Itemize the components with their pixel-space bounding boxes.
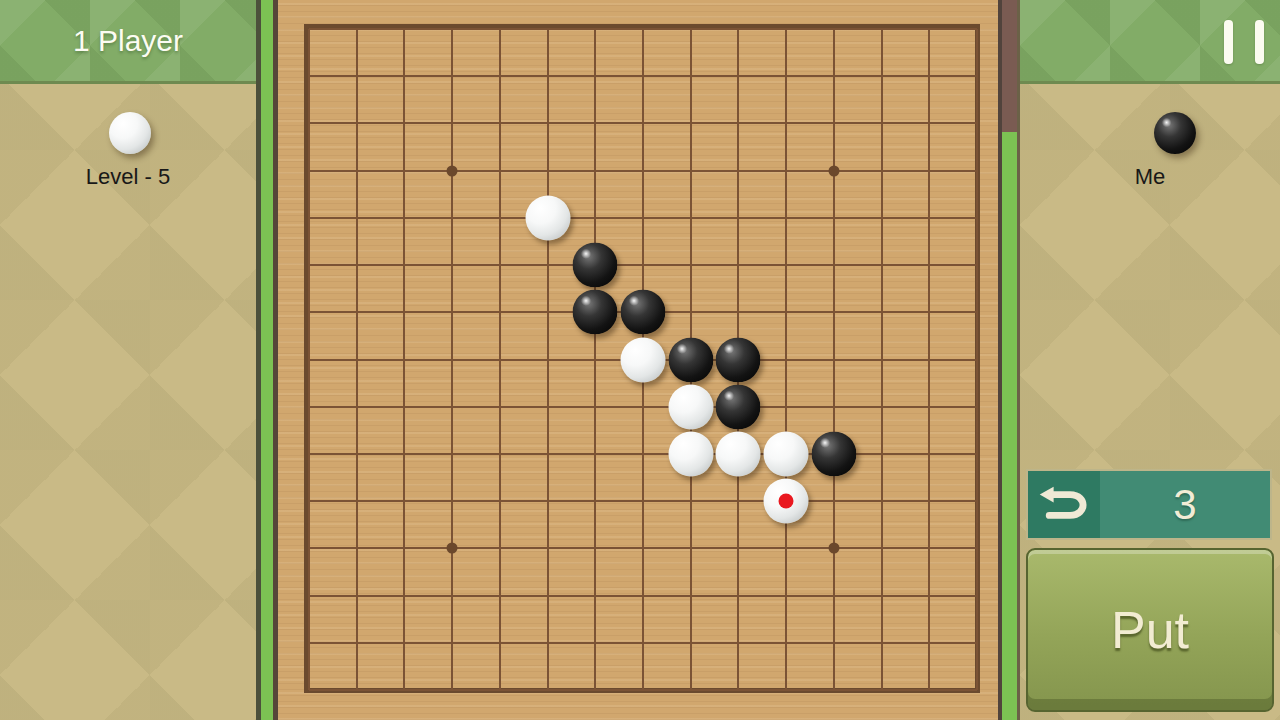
- grid-line: [881, 29, 883, 690]
- right-panel-header: [1020, 0, 1280, 84]
- gomoku-app: 1 Player Level - 5 Me: [0, 0, 1280, 720]
- stone-white: [525, 195, 570, 240]
- put-button-label: Put: [1111, 600, 1189, 660]
- stone-white: [716, 431, 761, 476]
- stone-black: [668, 337, 713, 382]
- right-edge-strip: [998, 0, 1020, 720]
- star-point: [828, 543, 839, 554]
- stone-white: [764, 479, 809, 524]
- stone-black: [573, 290, 618, 335]
- left-player-panel: 1 Player Level - 5: [0, 0, 256, 720]
- ai-player-stone-white: [109, 112, 151, 154]
- human-player-stone-black: [1154, 112, 1196, 154]
- stone-white: [764, 431, 809, 476]
- right-player-panel: Me 3 Put: [1020, 0, 1280, 720]
- grid-line: [309, 642, 977, 644]
- stone-white: [668, 384, 713, 429]
- star-point: [447, 165, 458, 176]
- stone-black: [716, 337, 761, 382]
- star-point: [828, 165, 839, 176]
- pause-icon: [1255, 20, 1264, 64]
- grid-line: [928, 29, 930, 690]
- grid-line: [785, 29, 787, 690]
- grid-line: [309, 595, 977, 597]
- mode-title: 1 Player: [0, 24, 256, 58]
- grid-line: [309, 406, 977, 408]
- put-button[interactable]: Put: [1026, 548, 1274, 712]
- stone-white: [621, 337, 666, 382]
- ai-level-label: Level - 5: [0, 164, 256, 190]
- grid-line: [309, 453, 977, 455]
- star-point: [447, 543, 458, 554]
- grid-line: [833, 29, 835, 690]
- stone-black: [573, 243, 618, 288]
- grid-line: [309, 547, 977, 549]
- human-player-label: Me: [1020, 164, 1280, 190]
- board-panel: [278, 0, 998, 720]
- green-strip: [261, 0, 273, 720]
- stone-black: [811, 431, 856, 476]
- stone-white: [668, 431, 713, 476]
- undo-button[interactable]: [1028, 471, 1100, 538]
- brown-strip-segment: [1002, 0, 1017, 132]
- left-panel-header: 1 Player: [0, 0, 256, 84]
- undo-arrow-icon: [1038, 485, 1090, 525]
- grid-line: [976, 29, 978, 690]
- grid-line: [309, 689, 977, 691]
- pause-icon: [1224, 20, 1233, 64]
- stone-black: [716, 384, 761, 429]
- pause-button[interactable]: [1224, 20, 1264, 65]
- stone-black: [621, 290, 666, 335]
- last-move-marker: [779, 494, 794, 509]
- undo-count: 3: [1100, 471, 1270, 538]
- grid-line: [309, 500, 977, 502]
- undo-bar: 3: [1026, 469, 1272, 540]
- left-edge-strip: [256, 0, 278, 720]
